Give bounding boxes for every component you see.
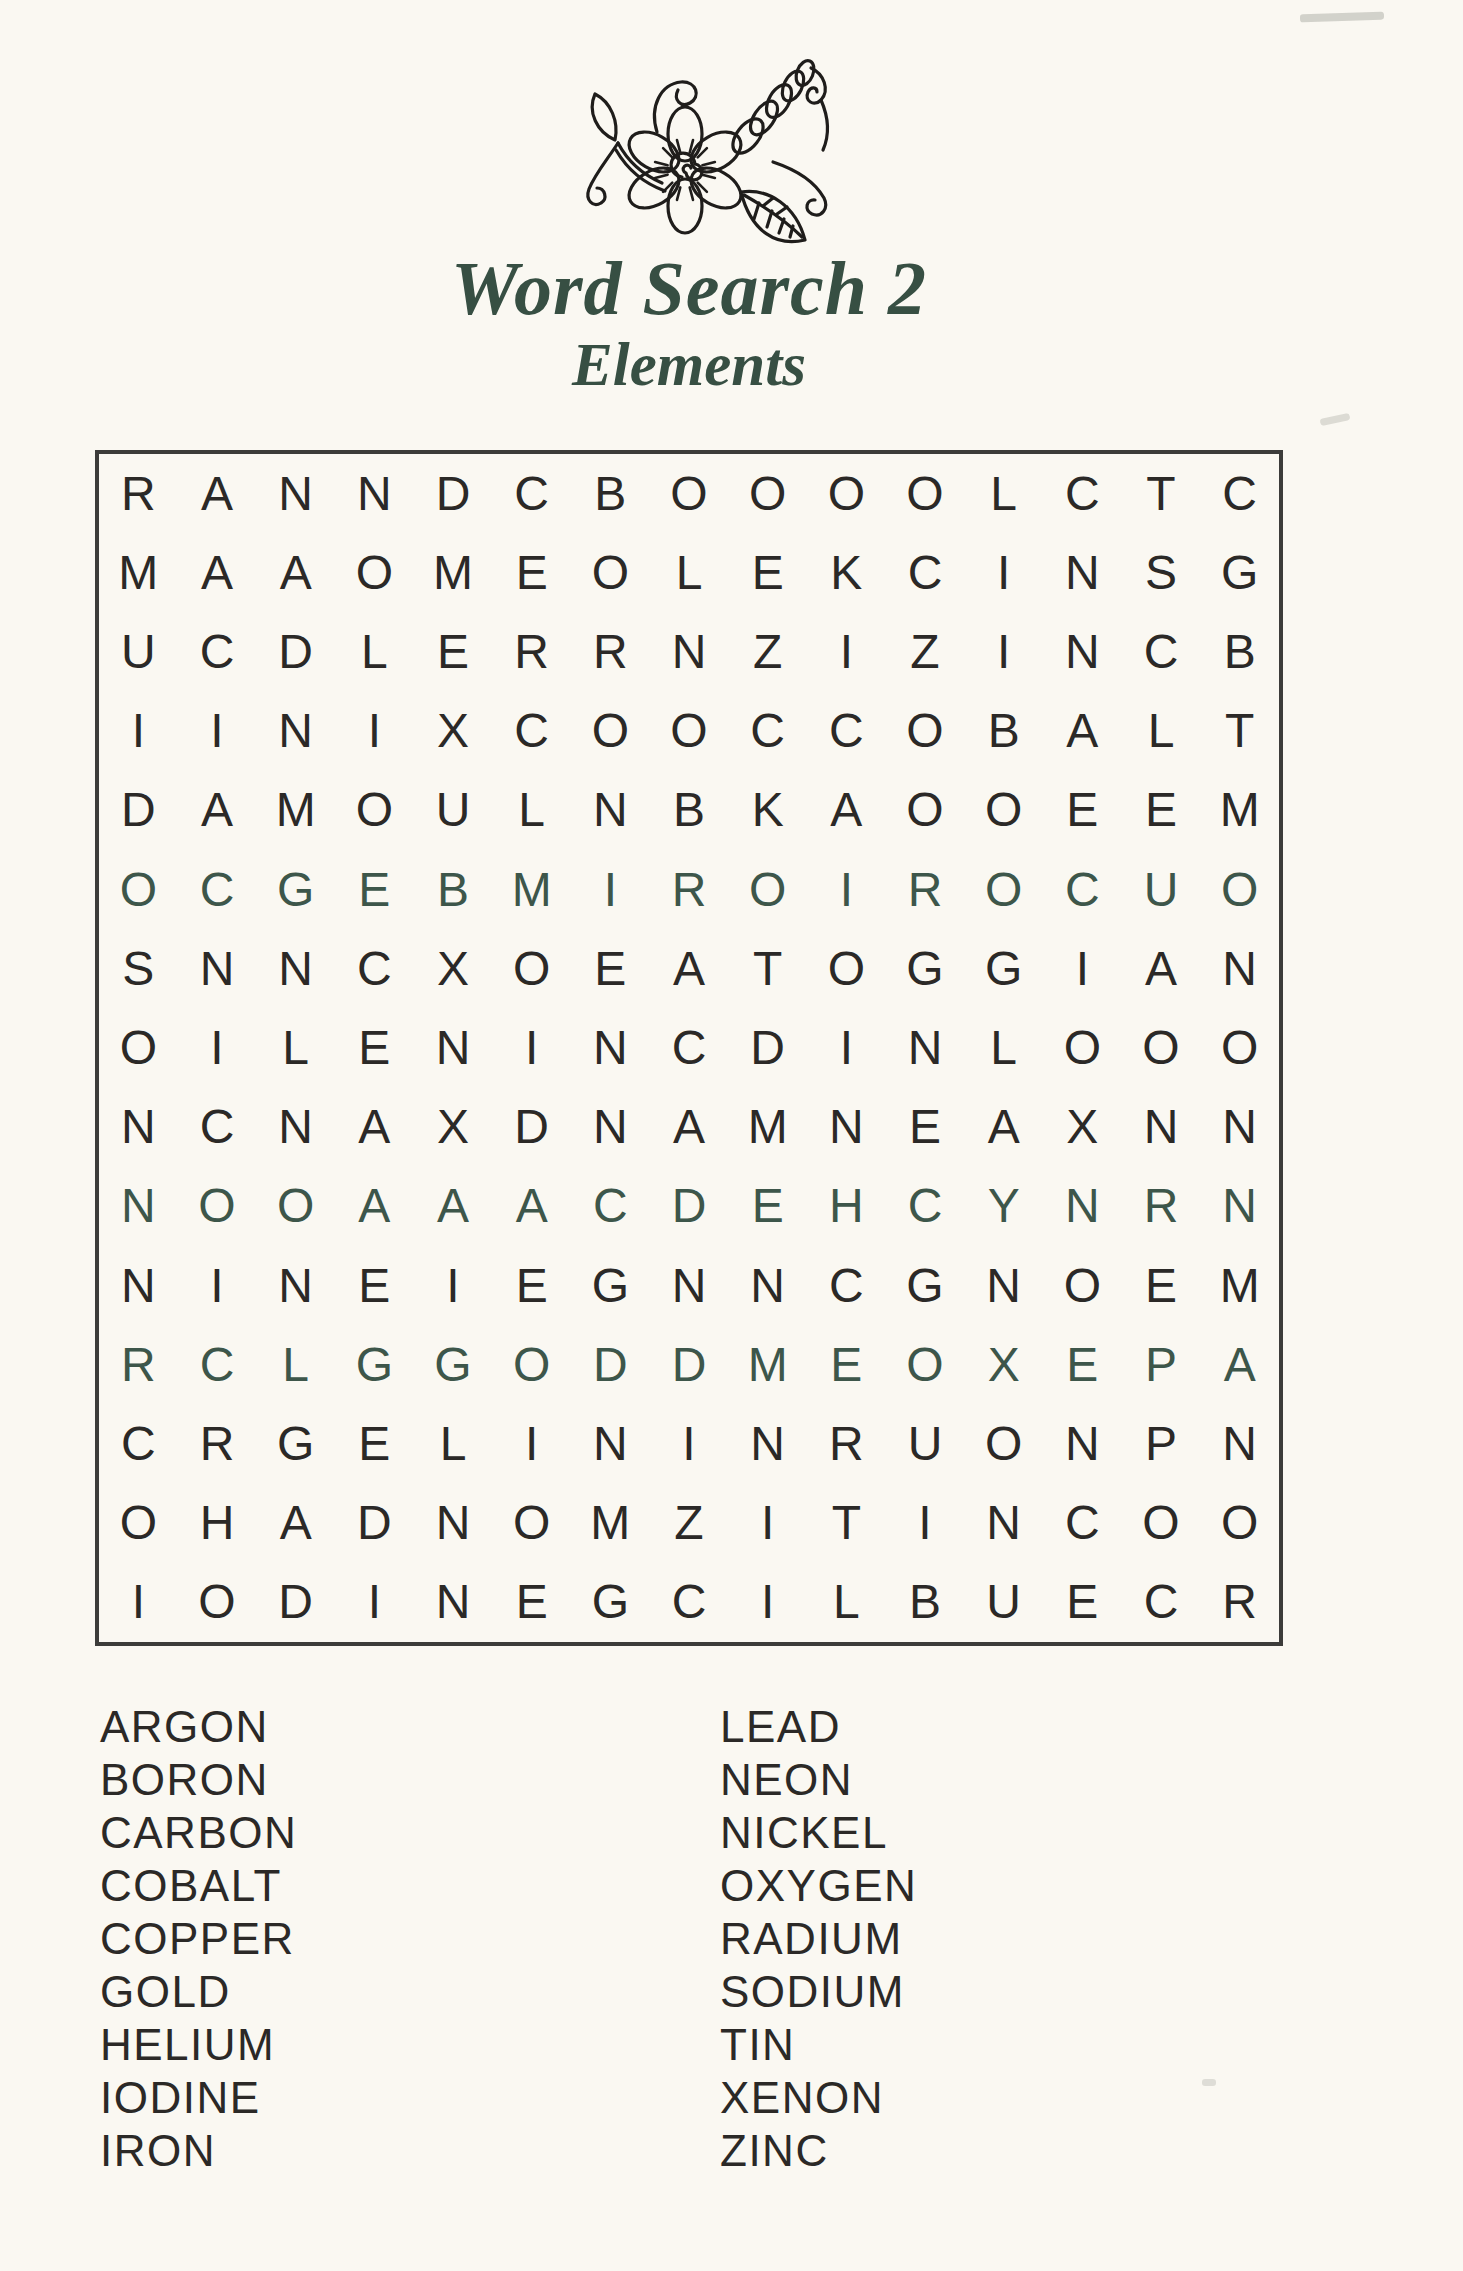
grid-cell-r2c15[interactable]: G	[1200, 533, 1279, 612]
grid-cell-r11c2[interactable]: I	[178, 1246, 257, 1325]
grid-cell-r12c2[interactable]: C	[178, 1325, 257, 1404]
grid-cell-r15c1[interactable]: I	[99, 1563, 178, 1642]
grid-cell-r11c7[interactable]: G	[571, 1246, 650, 1325]
grid-cell-r15c6[interactable]: E	[492, 1563, 571, 1642]
grid-cell-r10c11[interactable]: C	[886, 1167, 965, 1246]
grid-cell-r6c1[interactable]: O	[99, 850, 178, 929]
grid-cell-r4c4[interactable]: I	[335, 692, 414, 771]
grid-cell-r7c14[interactable]: A	[1122, 929, 1201, 1008]
scan-artifact	[1320, 413, 1351, 426]
grid-cell-r6c7[interactable]: I	[571, 850, 650, 929]
word-list-item: XENON	[720, 2071, 1240, 2124]
grid-cell-r8c15[interactable]: O	[1200, 1008, 1279, 1087]
grid-cell-r12c5[interactable]: G	[414, 1325, 493, 1404]
grid-cell-r12c13[interactable]: E	[1043, 1325, 1122, 1404]
grid-cell-r8c11[interactable]: N	[886, 1008, 965, 1087]
word-list-item: ARGON	[100, 1700, 620, 1753]
grid-cell-r12c4[interactable]: G	[335, 1325, 414, 1404]
grid-cell-r10c13[interactable]: N	[1043, 1167, 1122, 1246]
grid-cell-r3c10[interactable]: I	[807, 612, 886, 691]
grid-cell-r1c6[interactable]: C	[492, 454, 571, 533]
grid-cell-r10c2[interactable]: O	[178, 1167, 257, 1246]
word-list-item: BORON	[100, 1753, 620, 1806]
grid-cell-r1c9[interactable]: O	[728, 454, 807, 533]
grid-cell-r3c9[interactable]: Z	[728, 612, 807, 691]
grid-cell-r6c5[interactable]: B	[414, 850, 493, 929]
grid-cell-r13c7[interactable]: N	[571, 1404, 650, 1483]
grid-cell-r6c14[interactable]: U	[1122, 850, 1201, 929]
grid-cell-r13c2[interactable]: R	[178, 1404, 257, 1483]
grid-cell-r1c8[interactable]: O	[650, 454, 729, 533]
grid-cell-r8c7[interactable]: N	[571, 1008, 650, 1087]
grid-cell-r7c2[interactable]: N	[178, 929, 257, 1008]
grid-cell-r5c13[interactable]: E	[1043, 771, 1122, 850]
grid-cell-r14c14[interactable]: O	[1122, 1484, 1201, 1563]
word-list-left: ARGONBORONCARBONCOBALTCOPPERGOLDHELIUMIO…	[100, 1700, 620, 2177]
vine-curl	[807, 68, 825, 103]
grid-cell-r8c5[interactable]: N	[414, 1008, 493, 1087]
teardrop-leaf-icon	[592, 94, 616, 140]
grid-cell-r15c15[interactable]: R	[1200, 1563, 1279, 1642]
grid-cell-r12c14[interactable]: P	[1122, 1325, 1201, 1404]
grid-cell-r6c11[interactable]: R	[886, 850, 965, 929]
grid-cell-r3c7[interactable]: R	[571, 612, 650, 691]
grid-cell-r3c2[interactable]: C	[178, 612, 257, 691]
grid-cell-r2c6[interactable]: E	[492, 533, 571, 612]
grid-cell-r5c6[interactable]: L	[492, 771, 571, 850]
word-list-right: LEADNEONNICKELOXYGENRADIUMSODIUMTINXENON…	[720, 1700, 1240, 2177]
grid-cell-r14c1[interactable]: O	[99, 1484, 178, 1563]
grid-cell-r11c4[interactable]: E	[335, 1246, 414, 1325]
word-list-item: GOLD	[100, 1965, 620, 2018]
grid-cell-r4c15[interactable]: T	[1200, 692, 1279, 771]
grid-cell-r6c8[interactable]: R	[650, 850, 729, 929]
grid-cell-r10c9[interactable]: E	[728, 1167, 807, 1246]
puzzle-grid: RANNDCBOOOOLCTCMAAOMEOLEKCINSGUCDLERRNZI…	[95, 450, 1283, 1646]
grid-cell-r6c15[interactable]: O	[1200, 850, 1279, 929]
grid-cell-r5c12[interactable]: O	[964, 771, 1043, 850]
grid-cell-r4c2[interactable]: I	[178, 692, 257, 771]
grid-cell-r12c3[interactable]: L	[256, 1325, 335, 1404]
word-list-item: RADIUM	[720, 1912, 1240, 1965]
grid-cell-r3c6[interactable]: R	[492, 612, 571, 691]
word-list-item: HELIUM	[100, 2018, 620, 2071]
grid-cell-r1c12[interactable]: L	[964, 454, 1043, 533]
grid-cell-r12c1[interactable]: R	[99, 1325, 178, 1404]
grid-cell-r1c14[interactable]: T	[1122, 454, 1201, 533]
grid-cell-r8c13[interactable]: O	[1043, 1008, 1122, 1087]
word-list-item: IODINE	[100, 2071, 620, 2124]
grid-cell-r8c1[interactable]: O	[99, 1008, 178, 1087]
word-list-item: NICKEL	[720, 1806, 1240, 1859]
grid-cell-r9c9[interactable]: M	[728, 1088, 807, 1167]
grid-cell-r15c4[interactable]: I	[335, 1563, 414, 1642]
grid-cell-r9c13[interactable]: X	[1043, 1088, 1122, 1167]
grid-cell-r14c9[interactable]: I	[728, 1484, 807, 1563]
grid-cell-r1c4[interactable]: N	[335, 454, 414, 533]
grid-cell-r8c6[interactable]: I	[492, 1008, 571, 1087]
grid-cell-r7c1[interactable]: S	[99, 929, 178, 1008]
grid-cell-r3c15[interactable]: B	[1200, 612, 1279, 691]
grid-cell-r15c9[interactable]: I	[728, 1563, 807, 1642]
grid-cell-r7c7[interactable]: E	[571, 929, 650, 1008]
scan-artifact	[1300, 12, 1384, 23]
grid-cell-r6c13[interactable]: C	[1043, 850, 1122, 929]
scan-artifact	[1202, 2079, 1216, 2086]
grid-cell-r12c12[interactable]: X	[964, 1325, 1043, 1404]
grid-cell-r12c8[interactable]: D	[650, 1325, 729, 1404]
grid-cell-r11c14[interactable]: E	[1122, 1246, 1201, 1325]
grid-cell-r4c9[interactable]: C	[728, 692, 807, 771]
grid-cell-r9c1[interactable]: N	[99, 1088, 178, 1167]
grid-cell-r9c7[interactable]: N	[571, 1088, 650, 1167]
grid-cell-r4c6[interactable]: C	[492, 692, 571, 771]
grid-cell-r12c10[interactable]: E	[807, 1325, 886, 1404]
grid-cell-r8c3[interactable]: L	[256, 1008, 335, 1087]
grid-cell-r12c9[interactable]: M	[728, 1325, 807, 1404]
grid-cell-r15c8[interactable]: C	[650, 1563, 729, 1642]
grid-cell-r11c6[interactable]: E	[492, 1246, 571, 1325]
grid-cell-r12c6[interactable]: O	[492, 1325, 571, 1404]
grid-cell-r7c13[interactable]: I	[1043, 929, 1122, 1008]
grid-cell-r9c12[interactable]: A	[964, 1088, 1043, 1167]
grid-cell-r14c2[interactable]: H	[178, 1484, 257, 1563]
grid-cell-r9c6[interactable]: D	[492, 1088, 571, 1167]
grid-cell-r1c1[interactable]: R	[99, 454, 178, 533]
grid-cell-r15c3[interactable]: D	[256, 1563, 335, 1642]
grid-cell-r14c4[interactable]: D	[335, 1484, 414, 1563]
grid-cell-r5c14[interactable]: E	[1122, 771, 1201, 850]
grid-cell-r7c8[interactable]: A	[650, 929, 729, 1008]
grid-cell-r7c5[interactable]: X	[414, 929, 493, 1008]
grid-cell-r3c12[interactable]: I	[964, 612, 1043, 691]
word-list-item: TIN	[720, 2018, 1240, 2071]
grid-cell-r15c11[interactable]: B	[886, 1563, 965, 1642]
grid-cell-r8c4[interactable]: E	[335, 1008, 414, 1087]
grid-cell-r15c7[interactable]: G	[571, 1563, 650, 1642]
grid-cell-r14c8[interactable]: Z	[650, 1484, 729, 1563]
grid-cell-r2c13[interactable]: N	[1043, 533, 1122, 612]
grid-cell-r2c14[interactable]: S	[1122, 533, 1201, 612]
grid-cell-r7c4[interactable]: C	[335, 929, 414, 1008]
grid-cell-r6c10[interactable]: I	[807, 850, 886, 929]
grid-cell-r14c12[interactable]: N	[964, 1484, 1043, 1563]
grid-cell-r3c3[interactable]: D	[256, 612, 335, 691]
grid-cell-r9c11[interactable]: E	[886, 1088, 965, 1167]
grid-cell-r13c13[interactable]: N	[1043, 1404, 1122, 1483]
grid-cell-r1c3[interactable]: N	[256, 454, 335, 533]
grid-cell-r15c10[interactable]: L	[807, 1563, 886, 1642]
word-list-item: ZINC	[720, 2124, 1240, 2177]
page-title: Word Search 2	[95, 250, 1283, 326]
grid-cell-r8c12[interactable]: L	[964, 1008, 1043, 1087]
grid-cell-r6c12[interactable]: O	[964, 850, 1043, 929]
grid-cell-r4c11[interactable]: O	[886, 692, 965, 771]
grid-cell-r3c13[interactable]: N	[1043, 612, 1122, 691]
grid-cell-r7c12[interactable]: G	[964, 929, 1043, 1008]
grid-cell-r1c7[interactable]: B	[571, 454, 650, 533]
vine-curl	[773, 162, 826, 215]
grid-cell-r9c14[interactable]: N	[1122, 1088, 1201, 1167]
grid-cell-r7c15[interactable]: N	[1200, 929, 1279, 1008]
grid-cell-r15c14[interactable]: C	[1122, 1563, 1201, 1642]
grid-cell-r13c3[interactable]: G	[256, 1404, 335, 1483]
veined-leaf-icon	[741, 191, 805, 241]
grid-cell-r2c8[interactable]: L	[650, 533, 729, 612]
grid-cell-r8c14[interactable]: O	[1122, 1008, 1201, 1087]
grid-cell-r2c12[interactable]: I	[964, 533, 1043, 612]
grid-cell-r7c9[interactable]: T	[728, 929, 807, 1008]
grid-cell-r1c10[interactable]: O	[807, 454, 886, 533]
grid-cell-r14c15[interactable]: O	[1200, 1484, 1279, 1563]
grid-cell-r8c2[interactable]: I	[178, 1008, 257, 1087]
grid-cell-r3c14[interactable]: C	[1122, 612, 1201, 691]
grid-cell-r9c15[interactable]: N	[1200, 1088, 1279, 1167]
grid-cell-r2c5[interactable]: M	[414, 533, 493, 612]
grid-cell-r4c8[interactable]: O	[650, 692, 729, 771]
grid-cell-r6c4[interactable]: E	[335, 850, 414, 929]
grid-cell-r13c5[interactable]: L	[414, 1404, 493, 1483]
grid-cell-r14c13[interactable]: C	[1043, 1484, 1122, 1563]
word-list-item: IRON	[100, 2124, 620, 2177]
grid-cell-r4c12[interactable]: B	[964, 692, 1043, 771]
word-list-item: OXYGEN	[720, 1859, 1240, 1912]
grid-cell-r15c2[interactable]: O	[178, 1563, 257, 1642]
grid-cell-r11c9[interactable]: N	[728, 1246, 807, 1325]
grid-cell-r11c5[interactable]: I	[414, 1246, 493, 1325]
grid-cell-r13c4[interactable]: E	[335, 1404, 414, 1483]
grid-cell-r3c11[interactable]: Z	[886, 612, 965, 691]
grid-cell-r10c8[interactable]: D	[650, 1167, 729, 1246]
grid-cell-r6c3[interactable]: G	[256, 850, 335, 929]
grid-cell-r3c4[interactable]: L	[335, 612, 414, 691]
grid-cell-r4c10[interactable]: C	[807, 692, 886, 771]
grid-cell-r7c3[interactable]: N	[256, 929, 335, 1008]
grid-cell-r5c4[interactable]: O	[335, 771, 414, 850]
grid-cell-r8c9[interactable]: D	[728, 1008, 807, 1087]
grid-cell-r2c1[interactable]: M	[99, 533, 178, 612]
grid-cell-r5c8[interactable]: B	[650, 771, 729, 850]
grid-cell-r11c1[interactable]: N	[99, 1246, 178, 1325]
grid-cell-r13c1[interactable]: C	[99, 1404, 178, 1483]
grid-cell-r4c1[interactable]: I	[99, 692, 178, 771]
grid-cell-r10c12[interactable]: Y	[964, 1167, 1043, 1246]
word-list-item: CARBON	[100, 1806, 620, 1859]
grid-cell-r15c12[interactable]: U	[964, 1563, 1043, 1642]
grid-cell-r2c9[interactable]: E	[728, 533, 807, 612]
grid-cell-r6c9[interactable]: O	[728, 850, 807, 929]
grid-cell-r9c3[interactable]: N	[256, 1088, 335, 1167]
grid-cell-r7c11[interactable]: G	[886, 929, 965, 1008]
grid-cell-r14c11[interactable]: I	[886, 1484, 965, 1563]
grid-cell-r3c5[interactable]: E	[414, 612, 493, 691]
grid-cell-r10c3[interactable]: O	[256, 1167, 335, 1246]
word-list-item: NEON	[720, 1753, 1240, 1806]
grid-cell-r13c12[interactable]: O	[964, 1404, 1043, 1483]
grid-cell-r9c4[interactable]: A	[335, 1088, 414, 1167]
grid-cell-r8c10[interactable]: I	[807, 1008, 886, 1087]
grid-cell-r13c9[interactable]: N	[728, 1404, 807, 1483]
page-header: Word Search 2 Elements	[95, 250, 1283, 395]
flower-stamens	[655, 140, 715, 200]
grid-cell-r12c11[interactable]: O	[886, 1325, 965, 1404]
grid-cell-r11c15[interactable]: M	[1200, 1246, 1279, 1325]
word-list-item: COBALT	[100, 1859, 620, 1912]
grid-cell-r2c4[interactable]: O	[335, 533, 414, 612]
flower-ornament	[545, 40, 845, 258]
grid-cell-r2c11[interactable]: C	[886, 533, 965, 612]
grid-cell-r3c8[interactable]: N	[650, 612, 729, 691]
vine-curl	[588, 143, 618, 205]
grid-cell-r12c15[interactable]: A	[1200, 1325, 1279, 1404]
grid-cell-r1c2[interactable]: A	[178, 454, 257, 533]
grid-cell-r1c13[interactable]: C	[1043, 454, 1122, 533]
page-subtitle: Elements	[95, 334, 1283, 395]
grid-cell-r9c10[interactable]: N	[807, 1088, 886, 1167]
word-list-item: COPPER	[100, 1912, 620, 1965]
grid-cell-r9c8[interactable]: A	[650, 1088, 729, 1167]
grid-cell-r10c5[interactable]: A	[414, 1167, 493, 1246]
grid-cell-r4c7[interactable]: O	[571, 692, 650, 771]
grid-cell-r7c10[interactable]: O	[807, 929, 886, 1008]
grid-cell-r13c11[interactable]: U	[886, 1404, 965, 1483]
grid-cell-r13c8[interactable]: I	[650, 1404, 729, 1483]
grid-cell-r2c3[interactable]: A	[256, 533, 335, 612]
grid-cell-r10c7[interactable]: C	[571, 1167, 650, 1246]
word-list-item: LEAD	[720, 1700, 1240, 1753]
grid-cell-r13c15[interactable]: N	[1200, 1404, 1279, 1483]
grid-cell-r1c11[interactable]: O	[886, 454, 965, 533]
grid-cell-r2c2[interactable]: A	[178, 533, 257, 612]
grid-cell-r14c10[interactable]: T	[807, 1484, 886, 1563]
grid-cell-r5c1[interactable]: D	[99, 771, 178, 850]
grid-cell-r5c3[interactable]: M	[256, 771, 335, 850]
grid-cell-r11c8[interactable]: N	[650, 1246, 729, 1325]
grid-cell-r9c2[interactable]: C	[178, 1088, 257, 1167]
grid-cell-r2c7[interactable]: O	[571, 533, 650, 612]
grid-cell-r10c10[interactable]: H	[807, 1167, 886, 1246]
grid-cell-r7c6[interactable]: O	[492, 929, 571, 1008]
grid-cell-r11c3[interactable]: N	[256, 1246, 335, 1325]
grid-cell-r11c12[interactable]: N	[964, 1246, 1043, 1325]
grid-cell-r5c2[interactable]: A	[178, 771, 257, 850]
grid-cell-r12c7[interactable]: D	[571, 1325, 650, 1404]
grid-cell-r14c5[interactable]: N	[414, 1484, 493, 1563]
grid-cell-r4c5[interactable]: X	[414, 692, 493, 771]
grid-cell-r11c13[interactable]: O	[1043, 1246, 1122, 1325]
grid-cell-r5c10[interactable]: A	[807, 771, 886, 850]
grid-cell-r14c7[interactable]: M	[571, 1484, 650, 1563]
grid-cell-r13c10[interactable]: R	[807, 1404, 886, 1483]
grid-cell-r4c3[interactable]: N	[256, 692, 335, 771]
grid-cell-r13c6[interactable]: I	[492, 1404, 571, 1483]
grid-cell-r4c13[interactable]: A	[1043, 692, 1122, 771]
grid-cell-r11c10[interactable]: C	[807, 1246, 886, 1325]
grid-cell-r10c1[interactable]: N	[99, 1167, 178, 1246]
grid-cell-r5c5[interactable]: U	[414, 771, 493, 850]
grid-cell-r10c6[interactable]: A	[492, 1167, 571, 1246]
grid-cell-r5c7[interactable]: N	[571, 771, 650, 850]
grid-cell-r8c8[interactable]: C	[650, 1008, 729, 1087]
page-root: { "game": "word-search", "header": { "ti…	[0, 0, 1463, 2271]
grid-cell-r10c15[interactable]: N	[1200, 1167, 1279, 1246]
grid-cell-r5c15[interactable]: M	[1200, 771, 1279, 850]
grid-cell-r15c5[interactable]: N	[414, 1563, 493, 1642]
vine-stem-right	[821, 100, 827, 150]
grid-cell-r1c5[interactable]: D	[414, 454, 493, 533]
grid-cell-r5c9[interactable]: K	[728, 771, 807, 850]
grid-cell-r6c6[interactable]: M	[492, 850, 571, 929]
grid-cell-r3c1[interactable]: U	[99, 612, 178, 691]
grid-cell-r1c15[interactable]: C	[1200, 454, 1279, 533]
grid-cell-r9c5[interactable]: X	[414, 1088, 493, 1167]
grid-cell-r10c4[interactable]: A	[335, 1167, 414, 1246]
grid-cell-r2c10[interactable]: K	[807, 533, 886, 612]
word-list-item: SODIUM	[720, 1965, 1240, 2018]
grid-cell-r10c14[interactable]: R	[1122, 1167, 1201, 1246]
grid-cell-r14c3[interactable]: A	[256, 1484, 335, 1563]
grid-cell-r5c11[interactable]: O	[886, 771, 965, 850]
grid-cell-r15c13[interactable]: E	[1043, 1563, 1122, 1642]
grid-cell-r11c11[interactable]: G	[886, 1246, 965, 1325]
grid-cell-r13c14[interactable]: P	[1122, 1404, 1201, 1483]
grid-cell-r6c2[interactable]: C	[178, 850, 257, 929]
grid-cell-r14c6[interactable]: O	[492, 1484, 571, 1563]
grid-cell-r4c14[interactable]: L	[1122, 692, 1201, 771]
